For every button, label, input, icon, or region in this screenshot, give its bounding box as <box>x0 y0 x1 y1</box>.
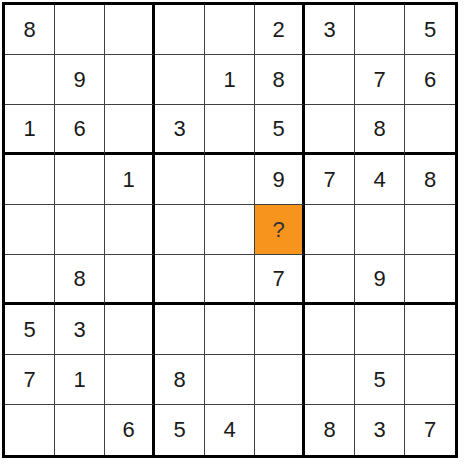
sudoku-cell-r7c6[interactable] <box>255 305 305 355</box>
sudoku-cell-r6c2[interactable]: 8 <box>55 255 105 305</box>
sudoku-cell-r6c3[interactable] <box>105 255 155 305</box>
sudoku-cell-r2c7[interactable] <box>305 55 355 105</box>
sudoku-cell-r8c9[interactable] <box>405 355 455 405</box>
sudoku-cell-r3c2[interactable]: 6 <box>55 105 105 155</box>
sudoku-cell-r6c5[interactable] <box>205 255 255 305</box>
sudoku-cell-r9c3[interactable]: 6 <box>105 405 155 455</box>
sudoku-cell-r9c5[interactable]: 4 <box>205 405 255 455</box>
sudoku-cell-r7c4[interactable] <box>155 305 205 355</box>
sudoku-cell-r3c7[interactable] <box>305 105 355 155</box>
sudoku-cell-r4c1[interactable] <box>5 155 55 205</box>
sudoku-cell-r6c7[interactable] <box>305 255 355 305</box>
sudoku-cell-r7c2[interactable]: 3 <box>55 305 105 355</box>
sudoku-cell-r3c6[interactable]: 5 <box>255 105 305 155</box>
sudoku-cell-r1c8[interactable] <box>355 5 405 55</box>
sudoku-cell-r1c7[interactable]: 3 <box>305 5 355 55</box>
sudoku-cell-r9c1[interactable] <box>5 405 55 455</box>
sudoku-cell-r1c9[interactable]: 5 <box>405 5 455 55</box>
sudoku-cell-r5c3[interactable] <box>105 205 155 255</box>
sudoku-cell-r8c4[interactable]: 8 <box>155 355 205 405</box>
sudoku-cell-r8c8[interactable]: 5 <box>355 355 405 405</box>
sudoku-cell-r1c4[interactable] <box>155 5 205 55</box>
sudoku-cell-r4c7[interactable]: 7 <box>305 155 355 205</box>
sudoku-cell-r5c8[interactable] <box>355 205 405 255</box>
sudoku-cell-r9c9[interactable]: 7 <box>405 405 455 455</box>
sudoku-cell-r8c6[interactable] <box>255 355 305 405</box>
sudoku-cell-r9c2[interactable] <box>55 405 105 455</box>
sudoku-cell-r9c7[interactable]: 8 <box>305 405 355 455</box>
sudoku-cell-r4c5[interactable] <box>205 155 255 205</box>
sudoku-cell-r8c7[interactable] <box>305 355 355 405</box>
sudoku-cell-r8c1[interactable]: 7 <box>5 355 55 405</box>
sudoku-cell-r5c2[interactable] <box>55 205 105 255</box>
sudoku-cell-r7c5[interactable] <box>205 305 255 355</box>
sudoku-board: 8235918761635819748?879537185654837 <box>2 2 458 458</box>
sudoku-cell-r9c8[interactable]: 3 <box>355 405 405 455</box>
sudoku-cell-r5c1[interactable] <box>5 205 55 255</box>
sudoku-cell-r3c5[interactable] <box>205 105 255 155</box>
sudoku-cell-r3c1[interactable]: 1 <box>5 105 55 155</box>
sudoku-cell-r3c3[interactable] <box>105 105 155 155</box>
sudoku-cell-r7c7[interactable] <box>305 305 355 355</box>
sudoku-cell-r5c7[interactable] <box>305 205 355 255</box>
sudoku-cell-r6c6[interactable]: 7 <box>255 255 305 305</box>
sudoku-cell-r2c2[interactable]: 9 <box>55 55 105 105</box>
sudoku-cell-r3c9[interactable] <box>405 105 455 155</box>
sudoku-cell-r8c3[interactable] <box>105 355 155 405</box>
sudoku-cell-r4c9[interactable]: 8 <box>405 155 455 205</box>
sudoku-cell-r4c4[interactable] <box>155 155 205 205</box>
sudoku-cell-r4c3[interactable]: 1 <box>105 155 155 205</box>
sudoku-cell-r4c6[interactable]: 9 <box>255 155 305 205</box>
sudoku-cell-r9c6[interactable] <box>255 405 305 455</box>
sudoku-cell-r2c3[interactable] <box>105 55 155 105</box>
sudoku-cell-r2c4[interactable] <box>155 55 205 105</box>
sudoku-cell-r4c8[interactable]: 4 <box>355 155 405 205</box>
sudoku-cell-r3c8[interactable]: 8 <box>355 105 405 155</box>
sudoku-cell-r8c2[interactable]: 1 <box>55 355 105 405</box>
sudoku-cell-r1c3[interactable] <box>105 5 155 55</box>
sudoku-cell-r1c5[interactable] <box>205 5 255 55</box>
sudoku-cell-r9c4[interactable]: 5 <box>155 405 205 455</box>
sudoku-cell-r2c1[interactable] <box>5 55 55 105</box>
sudoku-cell-r5c5[interactable] <box>205 205 255 255</box>
sudoku-page: 8235918761635819748?879537185654837 <box>0 0 464 460</box>
sudoku-cell-r3c4[interactable]: 3 <box>155 105 205 155</box>
sudoku-cell-r4c2[interactable] <box>55 155 105 205</box>
sudoku-cell-r5c9[interactable] <box>405 205 455 255</box>
sudoku-cell-r7c9[interactable] <box>405 305 455 355</box>
sudoku-cell-r6c1[interactable] <box>5 255 55 305</box>
sudoku-cell-r6c9[interactable] <box>405 255 455 305</box>
sudoku-cell-r7c3[interactable] <box>105 305 155 355</box>
sudoku-cell-r7c8[interactable] <box>355 305 405 355</box>
sudoku-cell-r2c5[interactable]: 1 <box>205 55 255 105</box>
sudoku-cell-r6c4[interactable] <box>155 255 205 305</box>
sudoku-cell-r1c2[interactable] <box>55 5 105 55</box>
sudoku-cell-r2c6[interactable]: 8 <box>255 55 305 105</box>
sudoku-cell-r2c8[interactable]: 7 <box>355 55 405 105</box>
sudoku-cell-r1c1[interactable]: 8 <box>5 5 55 55</box>
sudoku-cell-r8c5[interactable] <box>205 355 255 405</box>
sudoku-cell-r6c8[interactable]: 9 <box>355 255 405 305</box>
sudoku-cell-r5c4[interactable] <box>155 205 205 255</box>
sudoku-cell-r1c6[interactable]: 2 <box>255 5 305 55</box>
sudoku-cell-r2c9[interactable]: 6 <box>405 55 455 105</box>
highlighted-unknown-cell-r5c6[interactable]: ? <box>255 205 305 255</box>
sudoku-cell-r7c1[interactable]: 5 <box>5 305 55 355</box>
